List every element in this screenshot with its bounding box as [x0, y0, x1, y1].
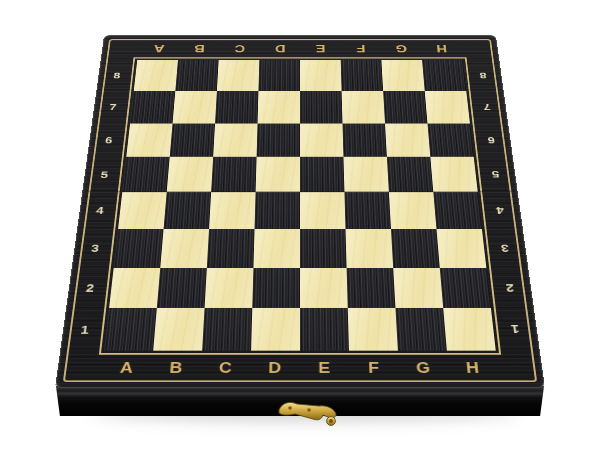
coordinate-label-C: C [200, 355, 251, 382]
square-e4 [300, 192, 345, 229]
coordinate-label-8: 8 [102, 60, 132, 91]
square-h6 [427, 123, 473, 157]
coordinate-label-G: G [398, 355, 449, 382]
coordinate-label-B: B [178, 40, 220, 58]
product-photo: ABCDEFGH ABCDEFGH 87654321 87654321 [0, 0, 600, 450]
file-labels-top: ABCDEFGH [138, 40, 463, 58]
square-f3 [345, 229, 393, 268]
square-g5 [387, 157, 433, 192]
square-h5 [430, 157, 477, 192]
square-g8 [381, 60, 424, 91]
square-b3 [160, 229, 209, 268]
coordinate-label-1: 1 [67, 308, 103, 351]
square-e5 [300, 157, 344, 192]
square-b1 [153, 308, 204, 351]
file-labels-bottom: ABCDEFGH [101, 355, 499, 382]
square-c2 [205, 268, 254, 309]
square-c5 [211, 157, 256, 192]
coordinate-label-2: 2 [73, 268, 108, 309]
square-d5 [256, 157, 300, 192]
coordinate-label-5: 5 [88, 157, 121, 192]
square-a2 [109, 268, 160, 309]
coordinate-label-H: H [447, 355, 499, 382]
square-d8 [258, 60, 300, 91]
chess-board [104, 60, 496, 350]
square-h8 [422, 60, 466, 91]
square-e1 [300, 308, 349, 351]
square-c7 [215, 91, 258, 123]
coordinate-label-7: 7 [471, 91, 502, 123]
square-d4 [255, 192, 300, 229]
square-g6 [385, 123, 430, 157]
square-a1 [104, 308, 157, 351]
coordinate-label-7: 7 [98, 91, 129, 123]
coordinate-label-F: F [349, 355, 400, 382]
square-f1 [348, 308, 398, 351]
square-f4 [344, 192, 391, 229]
square-h2 [440, 268, 491, 309]
square-h4 [433, 192, 482, 229]
coordinate-label-G: G [380, 40, 422, 58]
square-b6 [170, 123, 215, 157]
square-a8 [134, 60, 178, 91]
coordinate-label-6: 6 [93, 123, 125, 157]
square-b4 [164, 192, 212, 229]
coordinate-label-2: 2 [492, 268, 527, 309]
coordinate-label-B: B [151, 355, 202, 382]
square-d6 [257, 123, 300, 157]
square-c6 [213, 123, 257, 157]
square-b5 [167, 157, 213, 192]
coordinate-label-4: 4 [483, 192, 516, 229]
square-d3 [253, 229, 300, 268]
square-b7 [173, 91, 217, 123]
square-e3 [300, 229, 347, 268]
coordinate-label-4: 4 [84, 192, 117, 229]
square-f5 [343, 157, 388, 192]
square-g7 [383, 91, 427, 123]
square-c3 [207, 229, 255, 268]
coordinate-label-1: 1 [497, 308, 533, 351]
coordinate-label-E: E [300, 355, 350, 382]
square-f6 [342, 123, 386, 157]
square-c1 [202, 308, 252, 351]
coordinate-label-8: 8 [468, 60, 498, 91]
square-a7 [130, 91, 175, 123]
brass-latch-icon [276, 398, 340, 428]
square-d1 [251, 308, 300, 351]
square-e7 [300, 91, 342, 123]
square-b8 [175, 60, 218, 91]
coordinate-label-5: 5 [479, 157, 512, 192]
square-a4 [118, 192, 167, 229]
square-b2 [157, 268, 207, 309]
square-h1 [443, 308, 496, 351]
coordinate-label-E: E [300, 40, 341, 58]
coordinate-label-D: D [250, 355, 300, 382]
square-e6 [300, 123, 343, 157]
square-d7 [258, 91, 300, 123]
coordinate-label-H: H [420, 40, 462, 58]
square-f8 [341, 60, 383, 91]
coordinate-label-C: C [219, 40, 260, 58]
square-g2 [393, 268, 443, 309]
chess-board-box: ABCDEFGH ABCDEFGH 87654321 87654321 [55, 35, 545, 388]
board-frame: ABCDEFGH ABCDEFGH 87654321 87654321 [55, 35, 545, 388]
square-d2 [252, 268, 300, 309]
coordinate-label-A: A [138, 40, 180, 58]
square-c8 [217, 60, 259, 91]
square-h3 [436, 229, 486, 268]
square-e2 [300, 268, 348, 309]
square-c4 [209, 192, 256, 229]
square-g4 [389, 192, 437, 229]
square-f7 [342, 91, 385, 123]
square-a6 [126, 123, 172, 157]
coordinate-label-A: A [101, 355, 153, 382]
square-e8 [300, 60, 342, 91]
coordinate-label-3: 3 [78, 229, 112, 268]
square-g3 [391, 229, 440, 268]
square-f2 [347, 268, 396, 309]
coordinate-label-F: F [340, 40, 381, 58]
square-a3 [114, 229, 164, 268]
coordinate-label-3: 3 [487, 229, 521, 268]
coordinate-label-D: D [259, 40, 300, 58]
square-g1 [395, 308, 446, 351]
square-h7 [425, 91, 470, 123]
fold-seam [86, 191, 515, 192]
square-a5 [122, 157, 169, 192]
coordinate-label-6: 6 [475, 123, 507, 157]
